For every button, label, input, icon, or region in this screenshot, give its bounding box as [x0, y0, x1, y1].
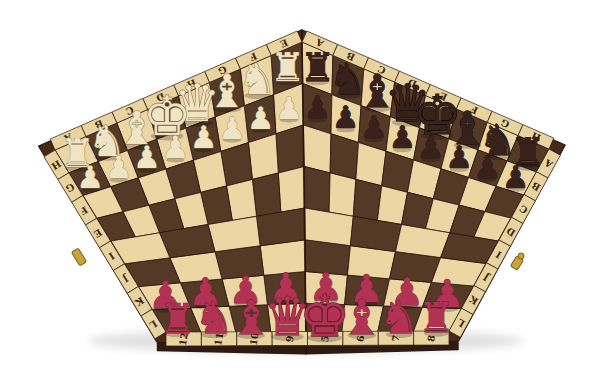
black-pawn: ♟ [417, 129, 445, 165]
black-pawn: ♟ [445, 139, 473, 175]
white-pawn: ♟ [105, 149, 133, 185]
board-cell-white-0-2 [276, 125, 304, 173]
red-knight: ♞ [194, 292, 234, 343]
red-king: ♚ [299, 283, 350, 349]
board-cell-white-1-3 [252, 173, 280, 216]
white-pawn: ♟ [161, 129, 189, 165]
board-cell-white-0-3 [278, 167, 305, 213]
black-pawn: ♟ [502, 159, 530, 195]
white-pawn: ♟ [247, 100, 275, 136]
three-player-chess-board: EFGHDCBAABCDEFGHHGFEIJKLABCDIJKL12111095… [0, 0, 600, 380]
brass-hinge [71, 248, 86, 266]
red-rook: ♜ [159, 295, 195, 343]
white-pawn: ♟ [218, 110, 246, 146]
red-knight: ♞ [379, 291, 419, 344]
board-cell-black-0-2 [304, 125, 332, 173]
black-pawn: ♟ [473, 149, 501, 185]
black-pawn: ♟ [360, 109, 388, 145]
three-player-chess-product-photo: EFGHDCBAABCDEFGHHGFEIJKLABCDIJKL12111095… [0, 0, 600, 380]
board-cell-black-0-3 [304, 167, 330, 213]
black-pawn: ♟ [388, 119, 416, 155]
black-pawn: ♟ [332, 99, 360, 135]
board-cell-black-1-3 [329, 173, 356, 216]
white-pawn: ♟ [133, 139, 161, 175]
white-pawn: ♟ [275, 90, 303, 126]
black-pawn: ♟ [303, 89, 331, 125]
white-pawn: ♟ [190, 119, 218, 155]
red-rook: ♜ [418, 294, 455, 342]
brass-clasp-ring [518, 253, 524, 259]
white-pawn: ♟ [76, 159, 104, 195]
board-cell-black-2-3 [353, 179, 381, 220]
